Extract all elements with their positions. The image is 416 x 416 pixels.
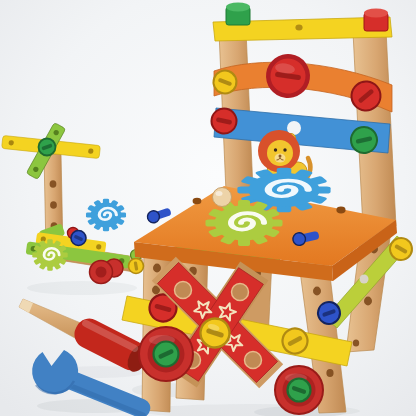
top-crossbar-hole [295,25,302,31]
side-bolt-yellow [129,259,144,274]
toy-scene [0,0,416,416]
heli-bolt-blue [71,231,86,246]
heli-front-wheel [90,261,113,284]
product-photo [0,0,416,416]
wooden-ball [213,188,232,207]
wheel-right [275,366,323,414]
lime-brace-hole [360,275,369,284]
heli-rotor-bolt-green [39,139,56,156]
cap-bolt-red [364,9,388,32]
wheel-left [139,327,193,381]
cap-bolt-green [226,3,250,26]
